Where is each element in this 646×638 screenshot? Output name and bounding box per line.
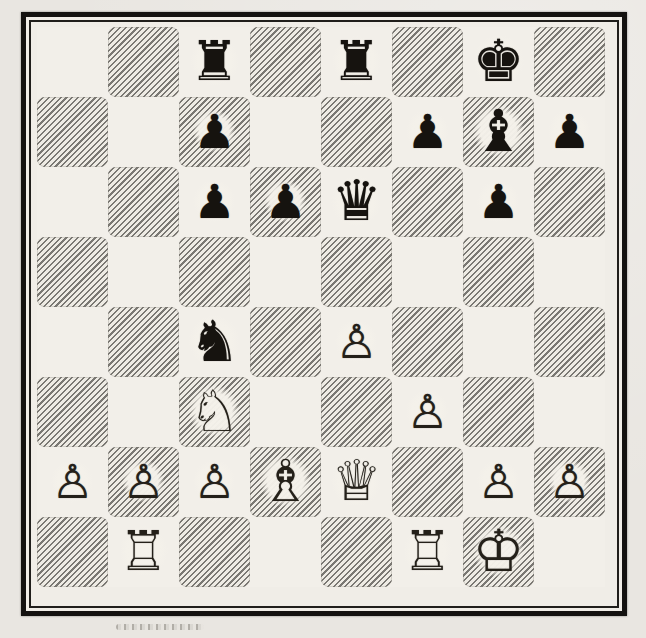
square-h8 [534,27,605,97]
square-h7: ♟ [534,97,605,167]
square-c6: ♟ [179,167,250,237]
square-e2: ♕ [321,447,392,517]
square-f1: ♖ [392,517,463,587]
square-a2: ♙ [37,447,108,517]
square-f3: ♙ [392,377,463,447]
square-c2: ♙ [179,447,250,517]
square-b6 [108,167,179,237]
square-e1 [321,517,392,587]
square-g8: ♚ [463,27,534,97]
square-d4 [250,307,321,377]
square-b8 [108,27,179,97]
white-bishop-d2-icon: ♗ [260,452,312,510]
black-knight-c4-icon: ♞ [189,313,240,370]
scan-smudge-artifact [116,624,204,630]
square-b4 [108,307,179,377]
square-d1 [250,517,321,587]
square-b5 [108,237,179,307]
square-e6: ♛ [321,167,392,237]
square-g5 [463,237,534,307]
square-c4: ♞ [179,307,250,377]
square-a4 [37,307,108,377]
board-outer-frame: ♜♜♚♟♟♝♟♟♟♛♟♞♙♘♙♙♙♙♗♕♙♙♖♖♔ [21,12,627,616]
square-a7 [37,97,108,167]
board-inner-frame: ♜♜♚♟♟♝♟♟♟♛♟♞♙♘♙♙♙♙♗♕♙♙♖♖♔ [29,20,619,608]
square-f5 [392,237,463,307]
square-a8 [37,27,108,97]
white-pawn-g2-icon: ♙ [477,458,519,505]
white-pawn-a2-icon: ♙ [51,458,93,505]
square-c5 [179,237,250,307]
square-g7: ♝ [463,97,534,167]
square-f6 [392,167,463,237]
square-h6 [534,167,605,237]
square-c8: ♜ [179,27,250,97]
square-h5 [534,237,605,307]
white-pawn-b2-icon: ♙ [122,458,164,505]
square-b1: ♖ [108,517,179,587]
square-b7 [108,97,179,167]
white-queen-e2-icon: ♕ [331,453,381,509]
white-pawn-h2-icon: ♙ [548,458,590,505]
square-d8 [250,27,321,97]
white-knight-c3-icon: ♘ [189,383,240,440]
black-pawn-f7-icon: ♟ [406,108,448,155]
square-e4: ♙ [321,307,392,377]
square-h3 [534,377,605,447]
black-pawn-d6-icon: ♟ [264,178,306,225]
square-d5 [250,237,321,307]
square-d2: ♗ [250,447,321,517]
scanned-book-page: ♜♜♚♟♟♝♟♟♟♛♟♞♙♘♙♙♙♙♗♕♙♙♖♖♔ [0,0,646,638]
square-h4 [534,307,605,377]
black-pawn-c7-icon: ♟ [193,108,235,155]
square-g4 [463,307,534,377]
white-pawn-f3-icon: ♙ [406,388,448,435]
square-g3 [463,377,534,447]
square-g6: ♟ [463,167,534,237]
black-pawn-c6-icon: ♟ [193,178,235,225]
square-f8 [392,27,463,97]
black-rook-c8-icon: ♜ [190,34,239,89]
square-f7: ♟ [392,97,463,167]
white-rook-f1-icon: ♖ [403,524,452,579]
square-e7 [321,97,392,167]
square-c7: ♟ [179,97,250,167]
white-pawn-e4-icon: ♙ [335,318,377,365]
square-b3 [108,377,179,447]
black-king-g8-icon: ♚ [473,32,525,90]
black-pawn-h7-icon: ♟ [548,108,590,155]
square-d7 [250,97,321,167]
square-a6 [37,167,108,237]
square-d6: ♟ [250,167,321,237]
square-h2: ♙ [534,447,605,517]
square-g2: ♙ [463,447,534,517]
white-pawn-c2-icon: ♙ [193,458,235,505]
square-a5 [37,237,108,307]
square-d3 [250,377,321,447]
square-g1: ♔ [463,517,534,587]
square-e3 [321,377,392,447]
black-bishop-g7-icon: ♝ [473,102,525,160]
square-a1 [37,517,108,587]
square-a3 [37,377,108,447]
black-queen-e6-icon: ♛ [331,173,381,229]
square-f4 [392,307,463,377]
chess-board: ♜♜♚♟♟♝♟♟♟♛♟♞♙♘♙♙♙♙♗♕♙♙♖♖♔ [37,27,605,587]
black-pawn-g6-icon: ♟ [477,178,519,225]
white-rook-b1-icon: ♖ [119,524,168,579]
square-e5 [321,237,392,307]
white-king-g1-icon: ♔ [473,522,525,580]
square-h1 [534,517,605,587]
black-rook-e8-icon: ♜ [332,34,381,89]
square-c1 [179,517,250,587]
square-f2 [392,447,463,517]
square-e8: ♜ [321,27,392,97]
square-c3: ♘ [179,377,250,447]
square-b2: ♙ [108,447,179,517]
